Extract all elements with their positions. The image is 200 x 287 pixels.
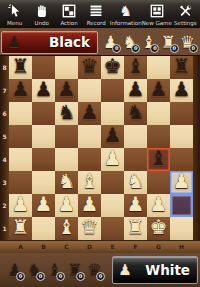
square-h8[interactable]: ♜ bbox=[170, 56, 193, 79]
toolbar-label: Information bbox=[110, 20, 142, 26]
white-bishop[interactable]: ♝ bbox=[55, 216, 78, 239]
palm-hand-icon bbox=[35, 4, 49, 19]
toolbar-button-undo[interactable]: Undo bbox=[28, 0, 55, 27]
square-c7[interactable]: ♟ bbox=[55, 79, 78, 102]
square-h7[interactable]: ♟ bbox=[170, 79, 193, 102]
pointer-hand-icon bbox=[8, 4, 22, 19]
rank-label: 3 bbox=[0, 171, 9, 194]
rank-label: 8 bbox=[0, 56, 9, 79]
capture-count-badge: 0 bbox=[189, 44, 198, 53]
black-pawn[interactable]: ♟ bbox=[101, 124, 124, 147]
black-rook[interactable]: ♜ bbox=[9, 55, 32, 78]
black-pawn[interactable]: ♟ bbox=[170, 78, 193, 101]
black-king[interactable]: ♚ bbox=[101, 55, 124, 78]
square-a5[interactable] bbox=[9, 125, 32, 148]
square-e2[interactable] bbox=[101, 194, 124, 217]
square-a1[interactable]: ♜ bbox=[9, 217, 32, 240]
square-g8[interactable] bbox=[147, 56, 170, 79]
square-h2[interactable] bbox=[170, 194, 193, 217]
square-d8[interactable]: ♛ bbox=[78, 56, 101, 79]
captured-by-white-tray: ♟0♞0♝0♜0♛0 bbox=[6, 259, 103, 281]
toolbar-button-information[interactable]: ♞Information bbox=[110, 0, 142, 27]
square-g1[interactable]: ♚ bbox=[147, 217, 170, 240]
square-g6[interactable] bbox=[147, 102, 170, 125]
square-h5[interactable] bbox=[170, 125, 193, 148]
rank-label: 2 bbox=[0, 194, 9, 217]
toolbar-label: Action bbox=[60, 20, 77, 26]
black-pawn[interactable]: ♟ bbox=[124, 78, 147, 101]
capture-count-badge: 0 bbox=[96, 272, 105, 281]
chess-board: ♜♛♚♝♜♟♟♟♟♟♟♞♟♞♟♟♝♞♝♞♟♟♟♟♟♟♟♜♝♛♜♚ bbox=[9, 56, 193, 240]
white-pawn-icon: ♟ bbox=[117, 261, 133, 279]
captured-by-black-tray: ♟0♞0♝0♜0♛0 bbox=[98, 31, 198, 53]
square-g7[interactable]: ♟ bbox=[147, 79, 170, 102]
toolbar-button-new-game[interactable]: New Game bbox=[142, 0, 172, 27]
toolbar: MenuUndoActionRecord♞InformationNew Game… bbox=[0, 0, 200, 28]
square-c3[interactable]: ♞ bbox=[55, 171, 78, 194]
black-pawn[interactable]: ♟ bbox=[9, 78, 32, 101]
tools-icon bbox=[178, 4, 193, 19]
square-a3[interactable] bbox=[9, 171, 32, 194]
square-f2[interactable]: ♟ bbox=[124, 194, 147, 217]
rank-label: 1 bbox=[0, 217, 9, 240]
rank-label: 4 bbox=[0, 148, 9, 171]
black-player-panel: ♟ Black bbox=[1, 31, 98, 54]
toolbar-label: Record bbox=[87, 20, 106, 26]
white-pawn[interactable]: ♟ bbox=[170, 170, 193, 193]
white-pawn[interactable]: ♟ bbox=[55, 193, 78, 216]
toolbar-label: Settings bbox=[174, 20, 197, 26]
square-b4[interactable] bbox=[32, 148, 55, 171]
square-f6[interactable]: ♞ bbox=[124, 102, 147, 125]
square-f4[interactable] bbox=[124, 148, 147, 171]
square-c6[interactable]: ♞ bbox=[55, 102, 78, 125]
toolbar-button-record[interactable]: Record bbox=[83, 0, 110, 27]
black-knight[interactable]: ♞ bbox=[55, 101, 78, 124]
capture-count-badge: 0 bbox=[76, 272, 85, 281]
square-b6[interactable] bbox=[32, 102, 55, 125]
square-g2[interactable]: ♟ bbox=[147, 194, 170, 217]
square-b1[interactable] bbox=[32, 217, 55, 240]
black-bishop[interactable]: ♝ bbox=[124, 55, 147, 78]
square-e6[interactable] bbox=[101, 102, 124, 125]
white-pawn[interactable]: ♟ bbox=[101, 147, 124, 170]
captured-white-bishop: ♝0 bbox=[140, 31, 157, 53]
toolbar-button-menu[interactable]: Menu bbox=[1, 0, 28, 27]
square-a6[interactable] bbox=[9, 102, 32, 125]
square-h3[interactable]: ♟ bbox=[170, 171, 193, 194]
rank-label: 7 bbox=[0, 79, 9, 102]
black-queen[interactable]: ♛ bbox=[78, 55, 101, 78]
capture-count-badge: 0 bbox=[131, 44, 140, 53]
square-d7[interactable] bbox=[78, 79, 101, 102]
square-b3[interactable] bbox=[32, 171, 55, 194]
square-c1[interactable]: ♝ bbox=[55, 217, 78, 240]
file-label: C bbox=[55, 241, 78, 253]
white-knight[interactable]: ♞ bbox=[55, 170, 78, 193]
square-e3[interactable] bbox=[101, 171, 124, 194]
captured-white-knight: ♞0 bbox=[121, 31, 138, 53]
white-player-tray: ♟0♞0♝0♜0♛0 ♟ White bbox=[0, 253, 200, 287]
captured-black-rook: ♜0 bbox=[66, 259, 83, 281]
grid-icon bbox=[62, 4, 76, 19]
captured-black-bishop: ♝0 bbox=[46, 259, 63, 281]
square-d5[interactable] bbox=[78, 125, 101, 148]
toolbar-label: New Game bbox=[142, 20, 172, 26]
list-lines-icon bbox=[89, 4, 103, 19]
toolbar-button-settings[interactable]: Settings bbox=[172, 0, 199, 27]
rank-labels: 87654321 bbox=[0, 56, 9, 240]
square-d4[interactable] bbox=[78, 148, 101, 171]
captured-black-knight: ♞0 bbox=[26, 259, 43, 281]
square-e5[interactable]: ♟ bbox=[101, 125, 124, 148]
captured-white-queen: ♛0 bbox=[179, 31, 196, 53]
knight-icon: ♞ bbox=[119, 4, 132, 19]
white-queen[interactable]: ♛ bbox=[78, 216, 101, 239]
black-player-label: Black bbox=[22, 34, 97, 50]
rank-label: 5 bbox=[0, 125, 9, 148]
file-labels: ABCDEFGH bbox=[9, 241, 193, 253]
square-d3[interactable]: ♝ bbox=[78, 171, 101, 194]
white-rook[interactable]: ♜ bbox=[9, 216, 32, 239]
white-player-panel: ♟ White bbox=[112, 256, 198, 284]
file-label: A bbox=[9, 241, 32, 253]
square-d1[interactable]: ♛ bbox=[78, 217, 101, 240]
black-pawn-icon: ♟ bbox=[6, 33, 22, 51]
file-labels-row: ABCDEFGH bbox=[0, 240, 200, 253]
white-pawn[interactable]: ♟ bbox=[32, 193, 55, 216]
square-a7[interactable]: ♟ bbox=[9, 79, 32, 102]
square-a2[interactable]: ♟ bbox=[9, 194, 32, 217]
white-king[interactable]: ♚ bbox=[147, 216, 170, 239]
white-pawn[interactable]: ♟ bbox=[9, 193, 32, 216]
square-e4[interactable]: ♟ bbox=[101, 148, 124, 171]
capture-count-badge: 0 bbox=[36, 272, 45, 281]
capture-count-badge: 0 bbox=[170, 44, 179, 53]
file-label: B bbox=[32, 241, 55, 253]
captured-black-pawn: ♟0 bbox=[6, 259, 23, 281]
file-label: H bbox=[170, 241, 193, 253]
board-window-icon bbox=[150, 4, 164, 19]
file-label: E bbox=[101, 241, 124, 253]
square-c8[interactable] bbox=[55, 56, 78, 79]
black-player-tray: ♟ Black ♟0♞0♝0♜0♛0 bbox=[0, 28, 200, 55]
file-label: D bbox=[78, 241, 101, 253]
white-pawn[interactable]: ♟ bbox=[124, 193, 147, 216]
square-f5[interactable] bbox=[124, 125, 147, 148]
square-d2[interactable]: ♟ bbox=[78, 194, 101, 217]
file-label: G bbox=[147, 241, 170, 253]
square-e8[interactable]: ♚ bbox=[101, 56, 124, 79]
square-e7[interactable] bbox=[101, 79, 124, 102]
captured-white-rook: ♜0 bbox=[160, 31, 177, 53]
capture-count-badge: 0 bbox=[16, 272, 25, 281]
toolbar-button-action[interactable]: Action bbox=[55, 0, 82, 27]
black-pawn[interactable]: ♟ bbox=[147, 78, 170, 101]
square-e1[interactable] bbox=[101, 217, 124, 240]
file-label: F bbox=[124, 241, 147, 253]
square-g3[interactable] bbox=[147, 171, 170, 194]
toolbar-label: Menu bbox=[7, 20, 22, 26]
square-g5[interactable] bbox=[147, 125, 170, 148]
square-b7[interactable]: ♟ bbox=[32, 79, 55, 102]
square-f7[interactable]: ♟ bbox=[124, 79, 147, 102]
rank-label: 6 bbox=[0, 102, 9, 125]
board-right-frame bbox=[193, 56, 200, 240]
black-pawn[interactable]: ♟ bbox=[55, 78, 78, 101]
white-knight[interactable]: ♞ bbox=[124, 170, 147, 193]
white-player-label: White bbox=[133, 262, 197, 278]
black-rook[interactable]: ♜ bbox=[170, 55, 193, 78]
square-g4[interactable]: ♝ bbox=[147, 148, 170, 171]
square-c5[interactable] bbox=[55, 125, 78, 148]
square-a4[interactable] bbox=[9, 148, 32, 171]
square-b8[interactable] bbox=[32, 56, 55, 79]
black-pawn[interactable]: ♟ bbox=[32, 78, 55, 101]
toolbar-label: Undo bbox=[35, 20, 49, 26]
square-h1[interactable] bbox=[170, 217, 193, 240]
square-f3[interactable]: ♞ bbox=[124, 171, 147, 194]
square-b2[interactable]: ♟ bbox=[32, 194, 55, 217]
chess-app: MenuUndoActionRecord♞InformationNew Game… bbox=[0, 0, 200, 287]
black-bishop[interactable]: ♝ bbox=[147, 147, 170, 170]
square-f8[interactable]: ♝ bbox=[124, 56, 147, 79]
square-h4[interactable] bbox=[170, 148, 193, 171]
square-h6[interactable] bbox=[170, 102, 193, 125]
square-b5[interactable] bbox=[32, 125, 55, 148]
capture-count-badge: 0 bbox=[112, 44, 121, 53]
white-pawn[interactable]: ♟ bbox=[78, 193, 101, 216]
capture-count-badge: 0 bbox=[150, 44, 159, 53]
black-knight[interactable]: ♞ bbox=[124, 101, 147, 124]
square-c2[interactable]: ♟ bbox=[55, 194, 78, 217]
captured-black-queen: ♛0 bbox=[86, 259, 103, 281]
square-d6[interactable]: ♟ bbox=[78, 102, 101, 125]
white-bishop[interactable]: ♝ bbox=[78, 170, 101, 193]
square-f1[interactable]: ♜ bbox=[124, 217, 147, 240]
white-pawn[interactable]: ♟ bbox=[147, 193, 170, 216]
white-rook[interactable]: ♜ bbox=[124, 216, 147, 239]
square-c4[interactable] bbox=[55, 148, 78, 171]
square-a8[interactable]: ♜ bbox=[9, 56, 32, 79]
captured-white-pawn: ♟0 bbox=[102, 31, 119, 53]
board-block: 87654321 ♜♛♚♝♜♟♟♟♟♟♟♞♟♞♟♟♝♞♝♞♟♟♟♟♟♟♟♜♝♛♜… bbox=[0, 55, 200, 253]
black-pawn[interactable]: ♟ bbox=[78, 101, 101, 124]
capture-count-badge: 0 bbox=[56, 272, 65, 281]
